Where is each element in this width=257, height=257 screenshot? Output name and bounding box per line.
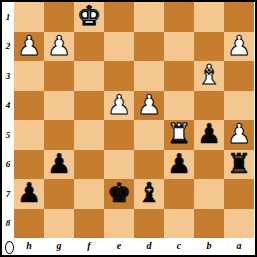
square-f5[interactable] xyxy=(74,120,104,150)
square-g4[interactable] xyxy=(44,91,74,121)
square-d7[interactable]: ♝ xyxy=(134,179,164,209)
square-g7[interactable] xyxy=(44,179,74,209)
square-g3[interactable] xyxy=(44,61,74,91)
white-pawn-piece: ♟ xyxy=(107,91,131,118)
square-f8[interactable] xyxy=(74,209,104,239)
square-f6[interactable] xyxy=(74,150,104,180)
square-e6[interactable] xyxy=(104,150,134,180)
square-b8[interactable] xyxy=(194,209,224,239)
square-d6[interactable] xyxy=(134,150,164,180)
rank-label-4: 4 xyxy=(2,91,14,121)
square-d2[interactable] xyxy=(134,32,164,62)
square-h3[interactable] xyxy=(14,61,44,91)
square-a7[interactable] xyxy=(224,179,254,209)
white-pawn-piece: ♟ xyxy=(47,32,71,59)
file-label-a: a xyxy=(224,238,254,255)
square-h6[interactable] xyxy=(14,150,44,180)
white-pawn-piece: ♟ xyxy=(137,91,161,118)
square-a5[interactable]: ♟ xyxy=(224,120,254,150)
file-label-g: g xyxy=(44,238,74,255)
square-a8[interactable] xyxy=(224,209,254,239)
square-e3[interactable] xyxy=(104,61,134,91)
square-b2[interactable] xyxy=(194,32,224,62)
square-f1[interactable]: ♚ xyxy=(74,2,104,32)
square-c7[interactable] xyxy=(164,179,194,209)
rank-label-1: 1 xyxy=(2,2,14,32)
square-a3[interactable] xyxy=(224,61,254,91)
square-e4[interactable]: ♟ xyxy=(104,91,134,121)
rank-label-8: 8 xyxy=(2,209,14,239)
square-h1[interactable] xyxy=(14,2,44,32)
square-c5[interactable]: ♜ xyxy=(164,120,194,150)
file-label-h: h xyxy=(14,238,44,255)
square-b6[interactable] xyxy=(194,150,224,180)
white-bishop-piece: ♝ xyxy=(197,61,221,88)
chess-board: 1♚2♟♟♟3♝4♟♟5♜♟♟6♟♟♜7♟♚♝8hgfedcba xyxy=(2,2,255,255)
square-b4[interactable] xyxy=(194,91,224,121)
black-rook-piece: ♜ xyxy=(227,150,251,177)
white-pawn-piece: ♟ xyxy=(227,120,251,147)
black-pawn-piece: ♟ xyxy=(167,150,191,177)
square-c3[interactable] xyxy=(164,61,194,91)
side-to-move-cell xyxy=(2,238,14,255)
black-bishop-piece: ♝ xyxy=(137,179,161,206)
rank-label-3: 3 xyxy=(2,61,14,91)
square-b3[interactable]: ♝ xyxy=(194,61,224,91)
black-pawn-piece: ♟ xyxy=(197,120,221,147)
square-e2[interactable] xyxy=(104,32,134,62)
square-d5[interactable] xyxy=(134,120,164,150)
square-d3[interactable] xyxy=(134,61,164,91)
square-g8[interactable] xyxy=(44,209,74,239)
square-h8[interactable] xyxy=(14,209,44,239)
square-b5[interactable]: ♟ xyxy=(194,120,224,150)
white-to-move-indicator xyxy=(5,241,14,254)
square-e8[interactable] xyxy=(104,209,134,239)
square-e7[interactable]: ♚ xyxy=(104,179,134,209)
square-e1[interactable] xyxy=(104,2,134,32)
file-label-b: b xyxy=(194,238,224,255)
square-a6[interactable]: ♜ xyxy=(224,150,254,180)
square-c4[interactable] xyxy=(164,91,194,121)
square-c2[interactable] xyxy=(164,32,194,62)
square-h5[interactable] xyxy=(14,120,44,150)
black-pawn-piece: ♟ xyxy=(47,150,71,177)
square-d1[interactable] xyxy=(134,2,164,32)
square-c8[interactable] xyxy=(164,209,194,239)
square-b1[interactable] xyxy=(194,2,224,32)
rank-label-7: 7 xyxy=(2,179,14,209)
square-f4[interactable] xyxy=(74,91,104,121)
square-c1[interactable] xyxy=(164,2,194,32)
file-label-c: c xyxy=(164,238,194,255)
white-king-piece: ♚ xyxy=(77,2,101,29)
white-rook-piece: ♜ xyxy=(167,120,191,147)
square-a2[interactable]: ♟ xyxy=(224,32,254,62)
square-e5[interactable] xyxy=(104,120,134,150)
square-g5[interactable] xyxy=(44,120,74,150)
rank-label-5: 5 xyxy=(2,120,14,150)
file-label-d: d xyxy=(134,238,164,255)
square-d4[interactable]: ♟ xyxy=(134,91,164,121)
square-d8[interactable] xyxy=(134,209,164,239)
square-a4[interactable] xyxy=(224,91,254,121)
black-king-piece: ♚ xyxy=(107,179,131,206)
square-h7[interactable]: ♟ xyxy=(14,179,44,209)
square-b7[interactable] xyxy=(194,179,224,209)
rank-label-2: 2 xyxy=(2,32,14,62)
white-pawn-piece: ♟ xyxy=(17,32,41,59)
file-label-e: e xyxy=(104,238,134,255)
rank-label-6: 6 xyxy=(2,150,14,180)
file-label-f: f xyxy=(74,238,104,255)
square-f2[interactable] xyxy=(74,32,104,62)
square-g6[interactable]: ♟ xyxy=(44,150,74,180)
square-g2[interactable]: ♟ xyxy=(44,32,74,62)
square-f3[interactable] xyxy=(74,61,104,91)
square-a1[interactable] xyxy=(224,2,254,32)
white-pawn-piece: ♟ xyxy=(227,32,251,59)
square-c6[interactable]: ♟ xyxy=(164,150,194,180)
square-g1[interactable] xyxy=(44,2,74,32)
chess-diagram: 1♚2♟♟♟3♝4♟♟5♜♟♟6♟♟♜7♟♚♝8hgfedcba xyxy=(0,0,257,257)
square-h4[interactable] xyxy=(14,91,44,121)
square-h2[interactable]: ♟ xyxy=(14,32,44,62)
square-f7[interactable] xyxy=(74,179,104,209)
black-pawn-piece: ♟ xyxy=(17,179,41,206)
